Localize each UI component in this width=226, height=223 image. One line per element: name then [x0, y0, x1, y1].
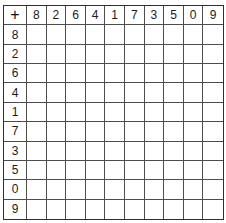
answer-cell[interactable]	[66, 122, 86, 141]
answer-cell[interactable]	[47, 83, 67, 102]
answer-cell[interactable]	[125, 142, 145, 161]
answer-cell[interactable]	[27, 122, 47, 141]
answer-cell[interactable]	[47, 142, 67, 161]
answer-cell[interactable]	[145, 142, 165, 161]
answer-cell[interactable]	[203, 103, 223, 122]
answer-cell[interactable]	[66, 180, 86, 199]
answer-cell[interactable]	[145, 83, 165, 102]
row-header-cell: 3	[4, 142, 27, 161]
answer-cell[interactable]	[164, 45, 184, 64]
answer-cell[interactable]	[203, 200, 223, 219]
row-header-cell: 1	[4, 103, 27, 122]
answer-cell[interactable]	[47, 103, 67, 122]
answer-cell[interactable]	[184, 142, 204, 161]
answer-cell[interactable]	[66, 45, 86, 64]
answer-cell[interactable]	[105, 25, 125, 44]
answer-cell[interactable]	[86, 200, 106, 219]
answer-cell[interactable]	[184, 64, 204, 83]
row-header-cell: 2	[4, 45, 27, 64]
answer-cell[interactable]	[86, 122, 106, 141]
row-header-cell: 9	[4, 200, 27, 219]
answer-cell[interactable]	[164, 200, 184, 219]
answer-cell[interactable]	[184, 161, 204, 180]
row-header-cell: 4	[4, 83, 27, 102]
answer-cell[interactable]	[164, 25, 184, 44]
answer-cell[interactable]	[47, 25, 67, 44]
answer-cell[interactable]	[145, 200, 165, 219]
answer-cell[interactable]	[47, 180, 67, 199]
answer-cell[interactable]	[27, 83, 47, 102]
answer-cell[interactable]	[105, 122, 125, 141]
answer-cell[interactable]	[27, 103, 47, 122]
operator-cell: +	[4, 6, 27, 25]
answer-cell[interactable]	[125, 83, 145, 102]
answer-cell[interactable]	[203, 25, 223, 44]
answer-cell[interactable]	[86, 45, 106, 64]
answer-cell[interactable]	[47, 200, 67, 219]
answer-cell[interactable]	[86, 83, 106, 102]
answer-cell[interactable]	[203, 122, 223, 141]
answer-cell[interactable]	[164, 122, 184, 141]
col-header-cell: 8	[27, 6, 47, 25]
answer-cell[interactable]	[145, 45, 165, 64]
answer-cell[interactable]	[164, 180, 184, 199]
answer-cell[interactable]	[86, 180, 106, 199]
row-header-cell: 8	[4, 25, 27, 44]
answer-cell[interactable]	[145, 64, 165, 83]
answer-cell[interactable]	[27, 142, 47, 161]
answer-cell[interactable]	[66, 103, 86, 122]
answer-cell[interactable]	[203, 64, 223, 83]
answer-cell[interactable]	[66, 200, 86, 219]
col-header-cell: 5	[164, 6, 184, 25]
row-header-cell: 5	[4, 161, 27, 180]
answer-cell[interactable]	[125, 161, 145, 180]
answer-cell[interactable]	[105, 180, 125, 199]
answer-cell[interactable]	[145, 161, 165, 180]
row-header-cell: 7	[4, 122, 27, 141]
worksheet-page: +82641735098264173509	[0, 0, 226, 223]
answer-cell[interactable]	[125, 45, 145, 64]
col-header-cell: 1	[105, 6, 125, 25]
answer-cell[interactable]	[145, 180, 165, 199]
answer-cell[interactable]	[47, 122, 67, 141]
answer-cell[interactable]	[203, 142, 223, 161]
answer-cell[interactable]	[164, 103, 184, 122]
answer-cell[interactable]	[164, 142, 184, 161]
answer-cell[interactable]	[184, 45, 204, 64]
answer-cell[interactable]	[27, 64, 47, 83]
answer-cell[interactable]	[105, 200, 125, 219]
addition-table-grid: +82641735098264173509	[3, 5, 224, 220]
col-header-cell: 9	[203, 6, 223, 25]
answer-cell[interactable]	[184, 122, 204, 141]
answer-cell[interactable]	[105, 64, 125, 83]
answer-cell[interactable]	[27, 45, 47, 64]
answer-cell[interactable]	[86, 64, 106, 83]
answer-cell[interactable]	[184, 83, 204, 102]
answer-cell[interactable]	[66, 64, 86, 83]
answer-cell[interactable]	[125, 122, 145, 141]
col-header-cell: 3	[145, 6, 165, 25]
answer-cell[interactable]	[203, 83, 223, 102]
answer-cell[interactable]	[27, 161, 47, 180]
answer-cell[interactable]	[66, 83, 86, 102]
answer-cell[interactable]	[203, 180, 223, 199]
col-header-cell: 2	[47, 6, 67, 25]
answer-cell[interactable]	[66, 161, 86, 180]
answer-cell[interactable]	[184, 103, 204, 122]
answer-cell[interactable]	[86, 142, 106, 161]
row-header-cell: 6	[4, 64, 27, 83]
answer-cell[interactable]	[164, 83, 184, 102]
answer-cell[interactable]	[145, 25, 165, 44]
answer-cell[interactable]	[125, 64, 145, 83]
answer-cell[interactable]	[203, 45, 223, 64]
col-header-cell: 0	[184, 6, 204, 25]
col-header-cell: 4	[86, 6, 106, 25]
answer-cell[interactable]	[105, 45, 125, 64]
answer-cell[interactable]	[105, 83, 125, 102]
answer-cell[interactable]	[125, 200, 145, 219]
answer-cell[interactable]	[184, 200, 204, 219]
answer-cell[interactable]	[203, 161, 223, 180]
answer-cell[interactable]	[47, 64, 67, 83]
answer-cell[interactable]	[105, 103, 125, 122]
row-header-cell: 0	[4, 180, 27, 199]
answer-cell[interactable]	[47, 161, 67, 180]
answer-cell[interactable]	[125, 180, 145, 199]
answer-cell[interactable]	[184, 25, 204, 44]
answer-cell[interactable]	[125, 103, 145, 122]
answer-cell[interactable]	[47, 45, 67, 64]
answer-cell[interactable]	[66, 25, 86, 44]
answer-cell[interactable]	[145, 103, 165, 122]
answer-cell[interactable]	[145, 122, 165, 141]
answer-cell[interactable]	[164, 64, 184, 83]
answer-cell[interactable]	[86, 25, 106, 44]
answer-cell[interactable]	[27, 200, 47, 219]
answer-cell[interactable]	[66, 142, 86, 161]
answer-cell[interactable]	[86, 161, 106, 180]
answer-cell[interactable]	[105, 142, 125, 161]
col-header-cell: 7	[125, 6, 145, 25]
answer-cell[interactable]	[164, 161, 184, 180]
answer-cell[interactable]	[86, 103, 106, 122]
answer-cell[interactable]	[184, 180, 204, 199]
col-header-cell: 6	[66, 6, 86, 25]
answer-cell[interactable]	[125, 25, 145, 44]
answer-cell[interactable]	[105, 161, 125, 180]
answer-cell[interactable]	[27, 25, 47, 44]
answer-cell[interactable]	[27, 180, 47, 199]
